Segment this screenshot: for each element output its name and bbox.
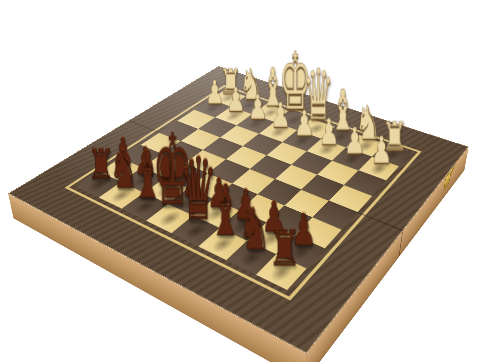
white-pawn: ♟ [348, 132, 416, 169]
fold-seam-edge [399, 231, 404, 258]
chess-board: ♜♟♞♟♝♟♚♟♛♟♝♟♟♞♜♟♟♜♞♟♟♝♟♚♟♛♟♝♟♞♟♜ [8, 66, 469, 353]
scene: ♜♟♞♟♝♟♚♟♛♟♝♟♟♞♜♟♟♜♞♟♟♝♟♚♟♛♟♝♟♞♟♜ [0, 0, 500, 362]
black-rook: ♜ [240, 224, 330, 273]
brass-clasp-base [443, 170, 451, 190]
